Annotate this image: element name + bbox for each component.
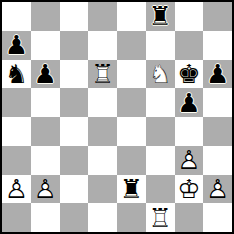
black-pawn: ♟ xyxy=(31,60,60,89)
square-e4[interactable] xyxy=(117,117,146,146)
square-d8[interactable] xyxy=(88,2,117,31)
square-e3[interactable] xyxy=(117,146,146,175)
square-b4[interactable] xyxy=(31,117,60,146)
white-pawn-fill: ♟ xyxy=(203,175,232,204)
white-pawn-fill: ♟ xyxy=(2,175,31,204)
square-h5[interactable] xyxy=(203,88,232,117)
square-e8[interactable] xyxy=(117,2,146,31)
square-e1[interactable] xyxy=(117,203,146,232)
square-b6[interactable]: ♟ xyxy=(31,60,60,89)
white-rook: ♖ xyxy=(88,60,117,89)
black-pawn: ♟ xyxy=(203,60,232,89)
black-pawn: ♟ xyxy=(2,31,31,60)
square-f5[interactable] xyxy=(146,88,175,117)
square-c3[interactable] xyxy=(60,146,89,175)
square-h6[interactable]: ♟ xyxy=(203,60,232,89)
square-f8[interactable]: ♜ xyxy=(146,2,175,31)
square-d5[interactable] xyxy=(88,88,117,117)
square-a3[interactable] xyxy=(2,146,31,175)
square-f2[interactable] xyxy=(146,175,175,204)
square-h7[interactable] xyxy=(203,31,232,60)
square-g6[interactable]: ♚ xyxy=(175,60,204,89)
square-g4[interactable] xyxy=(175,117,204,146)
square-a4[interactable] xyxy=(2,117,31,146)
white-pawn: ♙ xyxy=(175,146,204,175)
chess-board-frame: ♜♟♞♟♜♖♞♘♚♟♟♟♙♟♙♟♙♜♚♔♟♙♜♖ xyxy=(0,0,234,234)
black-rook: ♜ xyxy=(146,2,175,31)
white-king: ♔ xyxy=(175,175,204,204)
square-d2[interactable] xyxy=(88,175,117,204)
square-a7[interactable]: ♟ xyxy=(2,31,31,60)
square-h8[interactable] xyxy=(203,2,232,31)
square-b2[interactable]: ♟♙ xyxy=(31,175,60,204)
square-c1[interactable] xyxy=(60,203,89,232)
square-g1[interactable] xyxy=(175,203,204,232)
white-king-fill: ♚ xyxy=(175,175,204,204)
square-c8[interactable] xyxy=(60,2,89,31)
square-b1[interactable] xyxy=(31,203,60,232)
square-b5[interactable] xyxy=(31,88,60,117)
square-a6[interactable]: ♞ xyxy=(2,60,31,89)
square-h4[interactable] xyxy=(203,117,232,146)
white-rook: ♖ xyxy=(146,203,175,232)
square-e2[interactable]: ♜ xyxy=(117,175,146,204)
square-g5[interactable]: ♟ xyxy=(175,88,204,117)
chess-board: ♜♟♞♟♜♖♞♘♚♟♟♟♙♟♙♟♙♜♚♔♟♙♜♖ xyxy=(2,2,232,232)
square-g2[interactable]: ♚♔ xyxy=(175,175,204,204)
square-e7[interactable] xyxy=(117,31,146,60)
black-knight: ♞ xyxy=(2,60,31,89)
square-f4[interactable] xyxy=(146,117,175,146)
square-d1[interactable] xyxy=(88,203,117,232)
white-pawn-fill: ♟ xyxy=(175,146,204,175)
square-c4[interactable] xyxy=(60,117,89,146)
square-b8[interactable] xyxy=(31,2,60,31)
square-d4[interactable] xyxy=(88,117,117,146)
square-f7[interactable] xyxy=(146,31,175,60)
square-c5[interactable] xyxy=(60,88,89,117)
white-knight-fill: ♞ xyxy=(146,60,175,89)
black-pawn: ♟ xyxy=(175,88,204,117)
white-pawn: ♙ xyxy=(2,175,31,204)
square-d7[interactable] xyxy=(88,31,117,60)
square-c7[interactable] xyxy=(60,31,89,60)
black-rook: ♜ xyxy=(117,175,146,204)
square-h2[interactable]: ♟♙ xyxy=(203,175,232,204)
square-a1[interactable] xyxy=(2,203,31,232)
square-h1[interactable] xyxy=(203,203,232,232)
square-e6[interactable] xyxy=(117,60,146,89)
square-e5[interactable] xyxy=(117,88,146,117)
square-g3[interactable]: ♟♙ xyxy=(175,146,204,175)
square-h3[interactable] xyxy=(203,146,232,175)
white-pawn-fill: ♟ xyxy=(31,175,60,204)
square-a2[interactable]: ♟♙ xyxy=(2,175,31,204)
square-c2[interactable] xyxy=(60,175,89,204)
square-f1[interactable]: ♜♖ xyxy=(146,203,175,232)
square-d6[interactable]: ♜♖ xyxy=(88,60,117,89)
square-a8[interactable] xyxy=(2,2,31,31)
square-a5[interactable] xyxy=(2,88,31,117)
black-king: ♚ xyxy=(175,60,204,89)
white-knight: ♘ xyxy=(146,60,175,89)
square-b7[interactable] xyxy=(31,31,60,60)
square-d3[interactable] xyxy=(88,146,117,175)
square-g8[interactable] xyxy=(175,2,204,31)
white-rook-fill: ♜ xyxy=(88,60,117,89)
square-g7[interactable] xyxy=(175,31,204,60)
white-pawn: ♙ xyxy=(31,175,60,204)
white-pawn: ♙ xyxy=(203,175,232,204)
square-f6[interactable]: ♞♘ xyxy=(146,60,175,89)
white-rook-fill: ♜ xyxy=(146,203,175,232)
square-b3[interactable] xyxy=(31,146,60,175)
square-f3[interactable] xyxy=(146,146,175,175)
square-c6[interactable] xyxy=(60,60,89,89)
